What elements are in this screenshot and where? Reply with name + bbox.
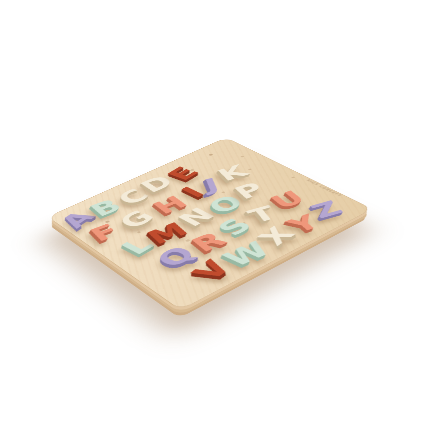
scene: ABCDEFGHIJKLMNOPQRSTUVWXYZ KIDS CONCEPT: [0, 0, 430, 430]
puzzle-board: ABCDEFGHIJKLMNOPQRSTUVWXYZ KIDS CONCEPT: [47, 137, 372, 310]
letter-rows: ABCDEFGHIJKLMNOPQRSTUVWXYZ: [48, 138, 371, 310]
photo-background: ABCDEFGHIJKLMNOPQRSTUVWXYZ KIDS CONCEPT: [0, 0, 430, 430]
puzzle-piece-J[interactable]: J: [201, 176, 221, 195]
